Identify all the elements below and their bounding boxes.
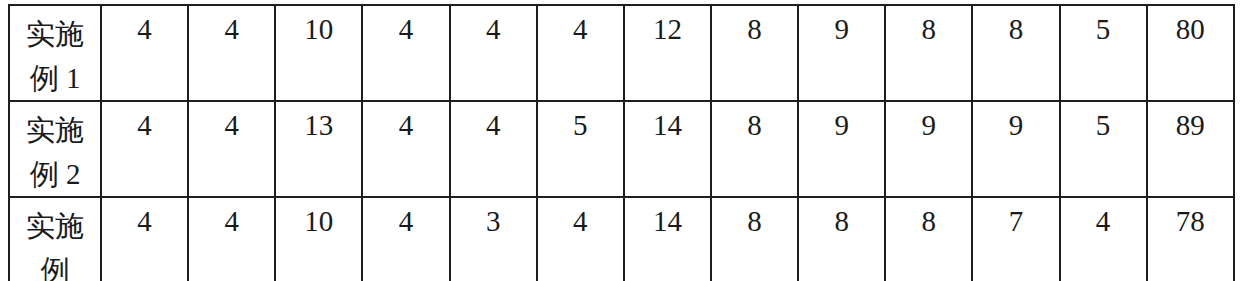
value-cell: 4 (537, 197, 624, 281)
value-cell: 10 (275, 197, 362, 281)
value-cell: 4 (450, 5, 537, 101)
value-cell: 9 (972, 101, 1059, 197)
value-cell: 89 (1147, 101, 1234, 197)
value-cell: 8 (972, 5, 1059, 101)
value-cell: 9 (798, 101, 885, 197)
value-cell: 4 (101, 197, 188, 281)
value-cell: 4 (362, 101, 449, 197)
value-cell: 10 (275, 5, 362, 101)
value-cell: 4 (1060, 197, 1147, 281)
value-cell: 12 (624, 5, 711, 101)
value-cell: 7 (972, 197, 1059, 281)
value-cell: 4 (362, 197, 449, 281)
row-label-line: 例 (10, 248, 100, 281)
value-cell: 4 (101, 5, 188, 101)
row-label-cell: 实施例 1 (9, 5, 101, 101)
value-cell: 4 (188, 5, 275, 101)
value-cell: 5 (1060, 5, 1147, 101)
value-cell: 14 (624, 197, 711, 281)
value-cell: 8 (711, 5, 798, 101)
embodiment-table: 实施例 14410444128988580实施例 244134451489995… (8, 4, 1235, 281)
value-cell: 78 (1147, 197, 1234, 281)
value-cell: 14 (624, 101, 711, 197)
row-label-line: 实施 (10, 108, 100, 152)
row-label-cell: 实施例 (9, 197, 101, 281)
value-cell: 4 (188, 101, 275, 197)
value-cell: 8 (798, 197, 885, 281)
value-cell: 4 (101, 101, 188, 197)
value-cell: 5 (1060, 101, 1147, 197)
value-cell: 3 (450, 197, 537, 281)
row-label-line: 实施 (10, 12, 100, 56)
table-row: 实施例 24413445148999589 (9, 101, 1234, 197)
value-cell: 9 (885, 101, 972, 197)
document-page: 实施例 14410444128988580实施例 244134451489995… (0, 0, 1240, 281)
value-cell: 4 (362, 5, 449, 101)
value-cell: 8 (885, 5, 972, 101)
value-cell: 8 (885, 197, 972, 281)
row-label-cell: 实施例 2 (9, 101, 101, 197)
row-label-line: 例 1 (10, 56, 100, 100)
table-row: 实施例4410434148887478 (9, 197, 1234, 281)
table-body: 实施例 14410444128988580实施例 244134451489995… (9, 5, 1234, 281)
value-cell: 5 (537, 101, 624, 197)
value-cell: 4 (537, 5, 624, 101)
table-row: 实施例 14410444128988580 (9, 5, 1234, 101)
row-label-line: 例 2 (10, 152, 100, 196)
value-cell: 8 (711, 101, 798, 197)
value-cell: 4 (450, 101, 537, 197)
value-cell: 80 (1147, 5, 1234, 101)
value-cell: 4 (188, 197, 275, 281)
value-cell: 8 (711, 197, 798, 281)
row-label-line: 实施 (10, 204, 100, 248)
value-cell: 9 (798, 5, 885, 101)
value-cell: 13 (275, 101, 362, 197)
